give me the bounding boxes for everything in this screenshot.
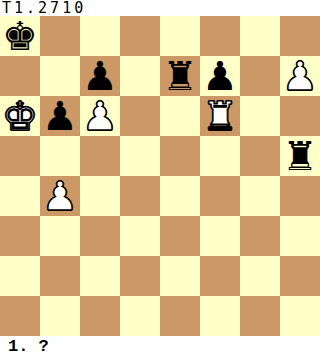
square-c8[interactable] <box>80 16 120 56</box>
square-f8[interactable] <box>200 16 240 56</box>
square-h1[interactable] <box>280 296 320 336</box>
square-g3[interactable] <box>240 216 280 256</box>
square-c5[interactable] <box>80 136 120 176</box>
piece-wK-a6: ♚ <box>2 96 38 136</box>
square-c6[interactable]: ♟ <box>80 96 120 136</box>
piece-wP-h7: ♟ <box>282 56 318 96</box>
square-d4[interactable] <box>120 176 160 216</box>
chess-board: ♚♟♜♟♟♚♟♟♜♜♟ <box>0 16 320 336</box>
square-e7[interactable]: ♜ <box>160 56 200 96</box>
square-c1[interactable] <box>80 296 120 336</box>
square-e1[interactable] <box>160 296 200 336</box>
square-b8[interactable] <box>40 16 80 56</box>
square-b4[interactable]: ♟ <box>40 176 80 216</box>
square-a4[interactable] <box>0 176 40 216</box>
square-b1[interactable] <box>40 296 80 336</box>
move-prompt: 1. ? <box>8 337 49 357</box>
square-a8[interactable]: ♚ <box>0 16 40 56</box>
square-a3[interactable] <box>0 216 40 256</box>
piece-bR-e7: ♜ <box>162 56 198 96</box>
square-f5[interactable] <box>200 136 240 176</box>
square-d5[interactable] <box>120 136 160 176</box>
square-b5[interactable] <box>40 136 80 176</box>
piece-wR-f6: ♜ <box>202 96 238 136</box>
square-g4[interactable] <box>240 176 280 216</box>
square-d6[interactable] <box>120 96 160 136</box>
square-h8[interactable] <box>280 16 320 56</box>
piece-bP-f7: ♟ <box>202 56 238 96</box>
square-f7[interactable]: ♟ <box>200 56 240 96</box>
square-h7[interactable]: ♟ <box>280 56 320 96</box>
square-e2[interactable] <box>160 256 200 296</box>
square-d8[interactable] <box>120 16 160 56</box>
square-h3[interactable] <box>280 216 320 256</box>
square-b2[interactable] <box>40 256 80 296</box>
piece-wP-b4: ♟ <box>42 176 78 216</box>
square-c2[interactable] <box>80 256 120 296</box>
square-g8[interactable] <box>240 16 280 56</box>
square-h4[interactable] <box>280 176 320 216</box>
square-a1[interactable] <box>0 296 40 336</box>
square-e4[interactable] <box>160 176 200 216</box>
square-a2[interactable] <box>0 256 40 296</box>
square-e5[interactable] <box>160 136 200 176</box>
square-b3[interactable] <box>40 216 80 256</box>
piece-bP-b6: ♟ <box>42 96 78 136</box>
square-d3[interactable] <box>120 216 160 256</box>
square-f4[interactable] <box>200 176 240 216</box>
square-h6[interactable] <box>280 96 320 136</box>
square-c7[interactable]: ♟ <box>80 56 120 96</box>
square-f2[interactable] <box>200 256 240 296</box>
square-g1[interactable] <box>240 296 280 336</box>
square-b7[interactable] <box>40 56 80 96</box>
square-f6[interactable]: ♜ <box>200 96 240 136</box>
square-a5[interactable] <box>0 136 40 176</box>
square-c3[interactable] <box>80 216 120 256</box>
square-d2[interactable] <box>120 256 160 296</box>
piece-wP-c6: ♟ <box>82 96 118 136</box>
square-c4[interactable] <box>80 176 120 216</box>
square-f3[interactable] <box>200 216 240 256</box>
square-h5[interactable]: ♜ <box>280 136 320 176</box>
square-g2[interactable] <box>240 256 280 296</box>
square-e3[interactable] <box>160 216 200 256</box>
square-e6[interactable] <box>160 96 200 136</box>
piece-bR-h5: ♜ <box>282 136 318 176</box>
square-g5[interactable] <box>240 136 280 176</box>
square-a7[interactable] <box>0 56 40 96</box>
square-d1[interactable] <box>120 296 160 336</box>
square-b6[interactable]: ♟ <box>40 96 80 136</box>
piece-bP-c7: ♟ <box>82 56 118 96</box>
square-f1[interactable] <box>200 296 240 336</box>
square-e8[interactable] <box>160 16 200 56</box>
square-a6[interactable]: ♚ <box>0 96 40 136</box>
square-g6[interactable] <box>240 96 280 136</box>
square-g7[interactable] <box>240 56 280 96</box>
square-d7[interactable] <box>120 56 160 96</box>
piece-bK-a8: ♚ <box>2 16 38 56</box>
square-h2[interactable] <box>280 256 320 296</box>
